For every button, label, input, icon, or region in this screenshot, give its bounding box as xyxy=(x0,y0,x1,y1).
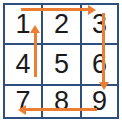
grid-cell-r2c2: 5 xyxy=(43,45,80,84)
grid-cell-r3c3: 9 xyxy=(82,86,117,117)
arrow-line-1-to-3 xyxy=(21,8,89,11)
arrow-line-3-to-9 xyxy=(102,13,105,83)
grid-cell-r3c2: 8 xyxy=(43,86,80,117)
grid-cell-r2c3: 6 xyxy=(82,45,117,84)
arrowhead-up-icon xyxy=(30,25,40,33)
arrowhead-right-icon xyxy=(88,5,96,15)
arrow-line-7-to-1 xyxy=(34,33,37,77)
arrow-line-9-to-7 xyxy=(26,108,97,111)
arrowhead-left-icon xyxy=(18,105,26,115)
puzzle-diagram: 1 2 3 4 5 6 7 8 9 xyxy=(0,0,122,129)
arrowhead-down-icon xyxy=(99,82,109,90)
